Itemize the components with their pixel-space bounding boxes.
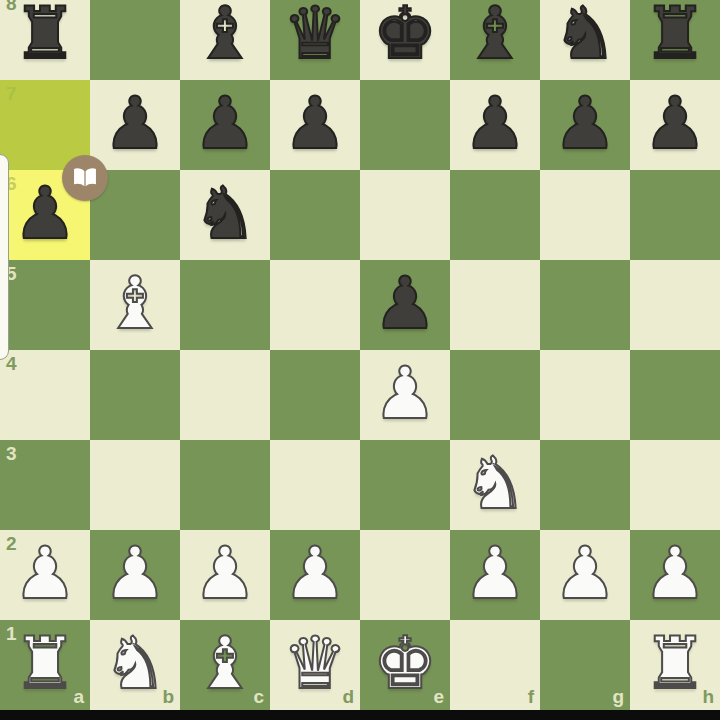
- square-g3[interactable]: [540, 440, 630, 530]
- square-d6[interactable]: [270, 170, 360, 260]
- square-g1[interactable]: g: [540, 620, 630, 710]
- square-d3[interactable]: [270, 440, 360, 530]
- square-f2[interactable]: ♟: [450, 530, 540, 620]
- piece-black-king[interactable]: ♚: [360, 0, 450, 80]
- open-book-icon: [70, 163, 100, 193]
- square-e6[interactable]: [360, 170, 450, 260]
- square-c3[interactable]: [180, 440, 270, 530]
- piece-black-knight[interactable]: ♞: [540, 0, 630, 80]
- piece-white-knight[interactable]: ♞: [90, 620, 180, 710]
- square-b4[interactable]: [90, 350, 180, 440]
- square-c6[interactable]: ♞: [180, 170, 270, 260]
- square-e2[interactable]: [360, 530, 450, 620]
- square-f7[interactable]: ♟: [450, 80, 540, 170]
- square-e5[interactable]: ♟: [360, 260, 450, 350]
- square-h2[interactable]: ♟: [630, 530, 720, 620]
- file-label-f: f: [528, 687, 534, 706]
- piece-black-pawn[interactable]: ♟: [450, 80, 540, 170]
- rank-label-3: 3: [6, 444, 17, 463]
- piece-black-pawn[interactable]: ♟: [270, 80, 360, 170]
- piece-black-pawn[interactable]: ♟: [180, 80, 270, 170]
- square-a1[interactable]: 1a♜: [0, 620, 90, 710]
- square-h7[interactable]: ♟: [630, 80, 720, 170]
- chessboard-video-frame: 8♜♝♛♚♝♞♜7♟♟♟♟♟♟6♟♞5♝♟4♟3♞2♟♟♟♟♟♟♟1a♜b♞c♝…: [0, 0, 720, 720]
- square-b1[interactable]: b♞: [90, 620, 180, 710]
- square-h8[interactable]: ♜: [630, 0, 720, 80]
- square-d7[interactable]: ♟: [270, 80, 360, 170]
- piece-black-bishop[interactable]: ♝: [450, 0, 540, 80]
- square-c5[interactable]: [180, 260, 270, 350]
- square-d4[interactable]: [270, 350, 360, 440]
- square-d5[interactable]: [270, 260, 360, 350]
- piece-white-pawn[interactable]: ♟: [540, 530, 630, 620]
- square-g6[interactable]: [540, 170, 630, 260]
- square-e7[interactable]: [360, 80, 450, 170]
- square-c8[interactable]: ♝: [180, 0, 270, 80]
- piece-white-pawn[interactable]: ♟: [90, 530, 180, 620]
- rank-label-4: 4: [6, 354, 17, 373]
- piece-black-bishop[interactable]: ♝: [180, 0, 270, 80]
- square-a8[interactable]: 8♜: [0, 0, 90, 80]
- square-g8[interactable]: ♞: [540, 0, 630, 80]
- square-d2[interactable]: ♟: [270, 530, 360, 620]
- rank-label-7: 7: [6, 84, 17, 103]
- piece-black-knight[interactable]: ♞: [180, 170, 270, 260]
- square-d1[interactable]: d♛: [270, 620, 360, 710]
- square-a4[interactable]: 4: [0, 350, 90, 440]
- offscreen-popup-edge: [0, 154, 9, 360]
- square-f8[interactable]: ♝: [450, 0, 540, 80]
- piece-white-rook[interactable]: ♜: [0, 620, 90, 710]
- piece-black-rook[interactable]: ♜: [0, 0, 90, 80]
- video-letterbox-bar: [0, 710, 720, 720]
- square-f4[interactable]: [450, 350, 540, 440]
- square-e3[interactable]: [360, 440, 450, 530]
- square-g4[interactable]: [540, 350, 630, 440]
- square-e4[interactable]: ♟: [360, 350, 450, 440]
- piece-white-queen[interactable]: ♛: [270, 620, 360, 710]
- square-b7[interactable]: ♟: [90, 80, 180, 170]
- square-h4[interactable]: [630, 350, 720, 440]
- piece-black-queen[interactable]: ♛: [270, 0, 360, 80]
- piece-white-pawn[interactable]: ♟: [360, 350, 450, 440]
- square-c4[interactable]: [180, 350, 270, 440]
- square-b2[interactable]: ♟: [90, 530, 180, 620]
- square-a5[interactable]: 5: [0, 260, 90, 350]
- square-h1[interactable]: h♜: [630, 620, 720, 710]
- piece-white-bishop[interactable]: ♝: [180, 620, 270, 710]
- square-c2[interactable]: ♟: [180, 530, 270, 620]
- piece-white-rook[interactable]: ♜: [630, 620, 720, 710]
- square-h5[interactable]: [630, 260, 720, 350]
- piece-black-pawn[interactable]: ♟: [540, 80, 630, 170]
- square-e8[interactable]: ♚: [360, 0, 450, 80]
- square-d8[interactable]: ♛: [270, 0, 360, 80]
- square-c1[interactable]: c♝: [180, 620, 270, 710]
- square-g7[interactable]: ♟: [540, 80, 630, 170]
- square-e1[interactable]: e♚: [360, 620, 450, 710]
- book-move-badge: [62, 155, 108, 201]
- piece-black-pawn[interactable]: ♟: [630, 80, 720, 170]
- square-b8[interactable]: [90, 0, 180, 80]
- chess-board: 8♜♝♛♚♝♞♜7♟♟♟♟♟♟6♟♞5♝♟4♟3♞2♟♟♟♟♟♟♟1a♜b♞c♝…: [0, 0, 720, 710]
- square-a3[interactable]: 3: [0, 440, 90, 530]
- square-f1[interactable]: f: [450, 620, 540, 710]
- square-f3[interactable]: ♞: [450, 440, 540, 530]
- square-g2[interactable]: ♟: [540, 530, 630, 620]
- piece-black-pawn[interactable]: ♟: [90, 80, 180, 170]
- square-b3[interactable]: [90, 440, 180, 530]
- piece-black-rook[interactable]: ♜: [630, 0, 720, 80]
- file-label-g: g: [612, 687, 624, 706]
- square-g5[interactable]: [540, 260, 630, 350]
- piece-white-bishop[interactable]: ♝: [90, 260, 180, 350]
- piece-white-king[interactable]: ♚: [360, 620, 450, 710]
- square-c7[interactable]: ♟: [180, 80, 270, 170]
- square-b5[interactable]: ♝: [90, 260, 180, 350]
- piece-white-pawn[interactable]: ♟: [180, 530, 270, 620]
- piece-white-knight[interactable]: ♞: [450, 440, 540, 530]
- square-h6[interactable]: [630, 170, 720, 260]
- square-a2[interactable]: 2♟: [0, 530, 90, 620]
- piece-white-pawn[interactable]: ♟: [0, 530, 90, 620]
- piece-white-pawn[interactable]: ♟: [450, 530, 540, 620]
- piece-black-pawn[interactable]: ♟: [360, 260, 450, 350]
- square-f6[interactable]: [450, 170, 540, 260]
- square-h3[interactable]: [630, 440, 720, 530]
- square-f5[interactable]: [450, 260, 540, 350]
- piece-white-pawn[interactable]: ♟: [630, 530, 720, 620]
- piece-white-pawn[interactable]: ♟: [270, 530, 360, 620]
